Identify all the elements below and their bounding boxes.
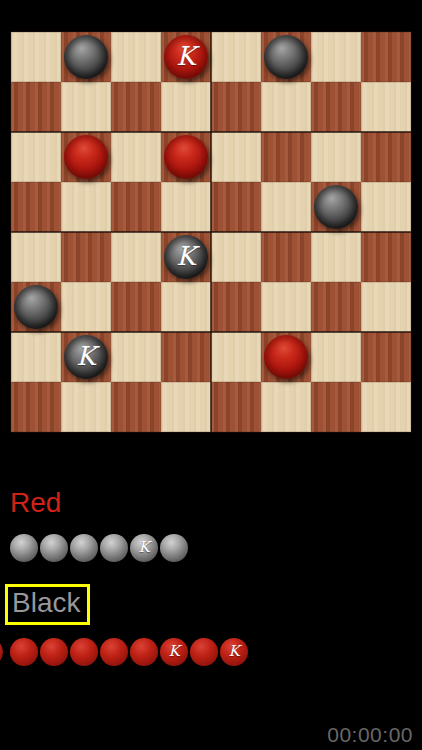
square-r2c0[interactable] xyxy=(11,132,61,182)
captured-black-man xyxy=(40,534,68,562)
square-r4c0[interactable] xyxy=(11,232,61,282)
square-r2c4[interactable] xyxy=(211,132,261,182)
captured-black-man xyxy=(100,534,128,562)
red-player-label: Red xyxy=(10,488,61,519)
piece-black-man[interactable] xyxy=(314,185,358,229)
piece-black-man[interactable] xyxy=(64,35,108,79)
piece-black-man[interactable] xyxy=(264,35,308,79)
square-r3c6[interactable] xyxy=(311,182,361,232)
square-r3c5[interactable] xyxy=(261,182,311,232)
square-r2c2[interactable] xyxy=(111,132,161,182)
square-r1c5[interactable] xyxy=(261,82,311,132)
square-r4c6[interactable] xyxy=(311,232,361,282)
square-r0c4[interactable] xyxy=(211,32,261,82)
black-player-label-active: Black xyxy=(5,584,90,625)
square-r7c0[interactable] xyxy=(11,382,61,432)
square-r1c3[interactable] xyxy=(161,82,211,132)
square-r0c3[interactable]: K xyxy=(161,32,211,82)
square-r7c6[interactable] xyxy=(311,382,361,432)
square-r5c4[interactable] xyxy=(211,282,261,332)
square-r6c5[interactable] xyxy=(261,332,311,382)
square-r3c7[interactable] xyxy=(361,182,411,232)
piece-red-man[interactable] xyxy=(164,135,208,179)
piece-black-king[interactable]: K xyxy=(164,235,208,279)
square-r4c5[interactable] xyxy=(261,232,311,282)
square-r5c7[interactable] xyxy=(361,282,411,332)
square-r1c7[interactable] xyxy=(361,82,411,132)
square-r4c4[interactable] xyxy=(211,232,261,282)
square-r3c0[interactable] xyxy=(11,182,61,232)
square-r0c5[interactable] xyxy=(261,32,311,82)
square-r5c3[interactable] xyxy=(161,282,211,332)
square-r6c0[interactable] xyxy=(11,332,61,382)
square-r5c0[interactable] xyxy=(11,282,61,332)
square-r0c6[interactable] xyxy=(311,32,361,82)
king-crown-glyph: K xyxy=(76,343,95,369)
square-r7c3[interactable] xyxy=(161,382,211,432)
captured-red-man xyxy=(190,638,218,666)
red-captured-tray: K xyxy=(10,534,188,562)
square-r7c1[interactable] xyxy=(61,382,111,432)
board-seam xyxy=(210,32,212,432)
square-r1c6[interactable] xyxy=(311,82,361,132)
captured-red-king: K xyxy=(160,638,188,666)
square-r2c5[interactable] xyxy=(261,132,311,182)
square-r2c6[interactable] xyxy=(311,132,361,182)
square-r0c0[interactable] xyxy=(11,32,61,82)
square-r4c7[interactable] xyxy=(361,232,411,282)
square-r4c3[interactable]: K xyxy=(161,232,211,282)
captured-red-man xyxy=(40,638,68,666)
king-crown-glyph: K xyxy=(228,644,239,659)
square-r6c2[interactable] xyxy=(111,332,161,382)
square-r6c7[interactable] xyxy=(361,332,411,382)
square-r1c4[interactable] xyxy=(211,82,261,132)
piece-red-man[interactable] xyxy=(64,135,108,179)
square-r0c2[interactable] xyxy=(111,32,161,82)
square-r3c2[interactable] xyxy=(111,182,161,232)
square-r6c1[interactable]: K xyxy=(61,332,111,382)
square-r1c0[interactable] xyxy=(11,82,61,132)
captured-red-man xyxy=(100,638,128,666)
square-r7c2[interactable] xyxy=(111,382,161,432)
square-r5c5[interactable] xyxy=(261,282,311,332)
square-r6c6[interactable] xyxy=(311,332,361,382)
king-crown-glyph: K xyxy=(176,243,195,269)
square-r6c4[interactable] xyxy=(211,332,261,382)
game-timer: 00:00:00 xyxy=(327,723,413,747)
captured-red-man xyxy=(130,638,158,666)
piece-black-king[interactable]: K xyxy=(64,335,108,379)
king-crown-glyph: K xyxy=(176,43,195,69)
captured-black-man xyxy=(70,534,98,562)
captured-black-man xyxy=(10,534,38,562)
square-r5c2[interactable] xyxy=(111,282,161,332)
square-r5c6[interactable] xyxy=(311,282,361,332)
square-r1c1[interactable] xyxy=(61,82,111,132)
square-r7c4[interactable] xyxy=(211,382,261,432)
square-r2c3[interactable] xyxy=(161,132,211,182)
piece-red-man[interactable] xyxy=(264,335,308,379)
board: KKK xyxy=(11,32,411,432)
square-r1c2[interactable] xyxy=(111,82,161,132)
captured-piece-clipped xyxy=(0,638,3,666)
square-r2c7[interactable] xyxy=(361,132,411,182)
captured-black-king: K xyxy=(130,534,158,562)
captured-red-man xyxy=(70,638,98,666)
square-r3c4[interactable] xyxy=(211,182,261,232)
piece-black-man[interactable] xyxy=(14,285,58,329)
square-r3c1[interactable] xyxy=(61,182,111,232)
square-r4c1[interactable] xyxy=(61,232,111,282)
captured-black-man xyxy=(160,534,188,562)
square-r4c2[interactable] xyxy=(111,232,161,282)
app-screen: KKK Red K Black KK 00:00:00 xyxy=(0,0,422,750)
king-crown-glyph: K xyxy=(168,644,179,659)
captured-red-king: K xyxy=(220,638,248,666)
piece-red-king[interactable]: K xyxy=(164,35,208,79)
king-crown-glyph: K xyxy=(138,540,149,555)
captured-red-man xyxy=(10,638,38,666)
black-captured-tray: KK xyxy=(10,638,248,666)
black-player-label: Black xyxy=(12,587,80,618)
square-r7c5[interactable] xyxy=(261,382,311,432)
square-r2c1[interactable] xyxy=(61,132,111,182)
square-r6c3[interactable] xyxy=(161,332,211,382)
square-r0c1[interactable] xyxy=(61,32,111,82)
square-r5c1[interactable] xyxy=(61,282,111,332)
square-r3c3[interactable] xyxy=(161,182,211,232)
square-r7c7[interactable] xyxy=(361,382,411,432)
square-r0c7[interactable] xyxy=(361,32,411,82)
